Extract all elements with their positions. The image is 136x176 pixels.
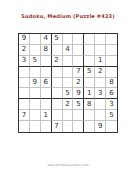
- sudoku-cell: [30, 34, 41, 45]
- sudoku-cell: 6: [106, 88, 117, 99]
- sudoku-cell: 2: [19, 45, 30, 56]
- sudoku-cell: [19, 121, 30, 132]
- sudoku-cell: 9: [73, 88, 84, 99]
- sudoku-cell: [30, 99, 41, 110]
- sudoku-cell: [19, 99, 30, 110]
- sudoku-cell: 6: [41, 78, 52, 89]
- sudoku-cell: [106, 121, 117, 132]
- sudoku-cell: [19, 67, 30, 78]
- sudoku-cell: [73, 45, 84, 56]
- sudoku-cell: [95, 99, 106, 110]
- sudoku-cell: [52, 67, 63, 78]
- sudoku-cell: [19, 88, 30, 99]
- sudoku-cell: [63, 56, 74, 67]
- sudoku-cell: 8: [106, 78, 117, 89]
- sudoku-cell: [106, 56, 117, 67]
- sudoku-cell: [84, 45, 95, 56]
- sudoku-cell: 8: [41, 45, 52, 56]
- sudoku-cell: [52, 88, 63, 99]
- sudoku-cell: [95, 78, 106, 89]
- sudoku-cell: [41, 56, 52, 67]
- sudoku-cell: [63, 67, 74, 78]
- sudoku-cell: 5: [73, 99, 84, 110]
- sudoku-cell: [63, 121, 74, 132]
- sudoku-cell: 4: [63, 45, 74, 56]
- sudoku-board: 9452843521752962859136258371579: [18, 33, 118, 133]
- sudoku-cell: [106, 67, 117, 78]
- sudoku-cell: [52, 45, 63, 56]
- sudoku-cell: [30, 121, 41, 132]
- sudoku-cell: [95, 34, 106, 45]
- sudoku-cell: [41, 99, 52, 110]
- sudoku-cell: 9: [19, 34, 30, 45]
- sudoku-cell: 1: [41, 110, 52, 121]
- sudoku-cell: [106, 34, 117, 45]
- sudoku-cell: 3: [19, 56, 30, 67]
- sudoku-cell: [41, 88, 52, 99]
- sudoku-cell: 2: [95, 67, 106, 78]
- sudoku-cell: [73, 34, 84, 45]
- sudoku-cell: [95, 45, 106, 56]
- puzzle-page: Sudoku, Medium (Puzzle #423) 94528435217…: [0, 0, 136, 176]
- sudoku-cell: [63, 78, 74, 89]
- sudoku-cell: [30, 110, 41, 121]
- sudoku-cell: 3: [106, 99, 117, 110]
- sudoku-cell: 2: [63, 99, 74, 110]
- sudoku-cell: [73, 56, 84, 67]
- sudoku-cell: [41, 67, 52, 78]
- sudoku-cell: [84, 78, 95, 89]
- sudoku-cell: [95, 110, 106, 121]
- sudoku-cell: [73, 110, 84, 121]
- sudoku-cell: 5: [63, 88, 74, 99]
- puzzle-title: Sudoku, Medium (Puzzle #423): [0, 13, 136, 19]
- sudoku-cell: [84, 121, 95, 132]
- sudoku-cell: [52, 78, 63, 89]
- sudoku-cell: 5: [30, 56, 41, 67]
- sudoku-cell: [30, 67, 41, 78]
- sudoku-cell: [52, 110, 63, 121]
- sudoku-cell: 2: [73, 78, 84, 89]
- sudoku-cell: [106, 45, 117, 56]
- sudoku-cell: 7: [52, 121, 63, 132]
- sudoku-cell: 9: [95, 121, 106, 132]
- sudoku-cell: [52, 99, 63, 110]
- sudoku-cell: 9: [30, 78, 41, 89]
- sudoku-cell: [84, 110, 95, 121]
- sudoku-cell: 5: [84, 67, 95, 78]
- sudoku-cell: 5: [106, 110, 117, 121]
- sudoku-cell: 5: [52, 34, 63, 45]
- sudoku-cell: [84, 34, 95, 45]
- sudoku-cell: 3: [95, 88, 106, 99]
- sudoku-cell: 7: [19, 110, 30, 121]
- sudoku-cell: 4: [41, 34, 52, 45]
- sudoku-cell: 1: [95, 56, 106, 67]
- sudoku-cell: [41, 121, 52, 132]
- sudoku-cell: [30, 45, 41, 56]
- sudoku-cell: [63, 34, 74, 45]
- sudoku-cell: 1: [84, 88, 95, 99]
- sudoku-cell: 8: [84, 99, 95, 110]
- footer-url: www.printfreesudoku.com: [14, 163, 123, 167]
- sudoku-cell: 7: [73, 67, 84, 78]
- sudoku-cell: [63, 110, 74, 121]
- sudoku-cell: [84, 56, 95, 67]
- sudoku-cell: [73, 121, 84, 132]
- sudoku-cell: [30, 88, 41, 99]
- sudoku-cell: 2: [52, 56, 63, 67]
- sudoku-cell: [19, 78, 30, 89]
